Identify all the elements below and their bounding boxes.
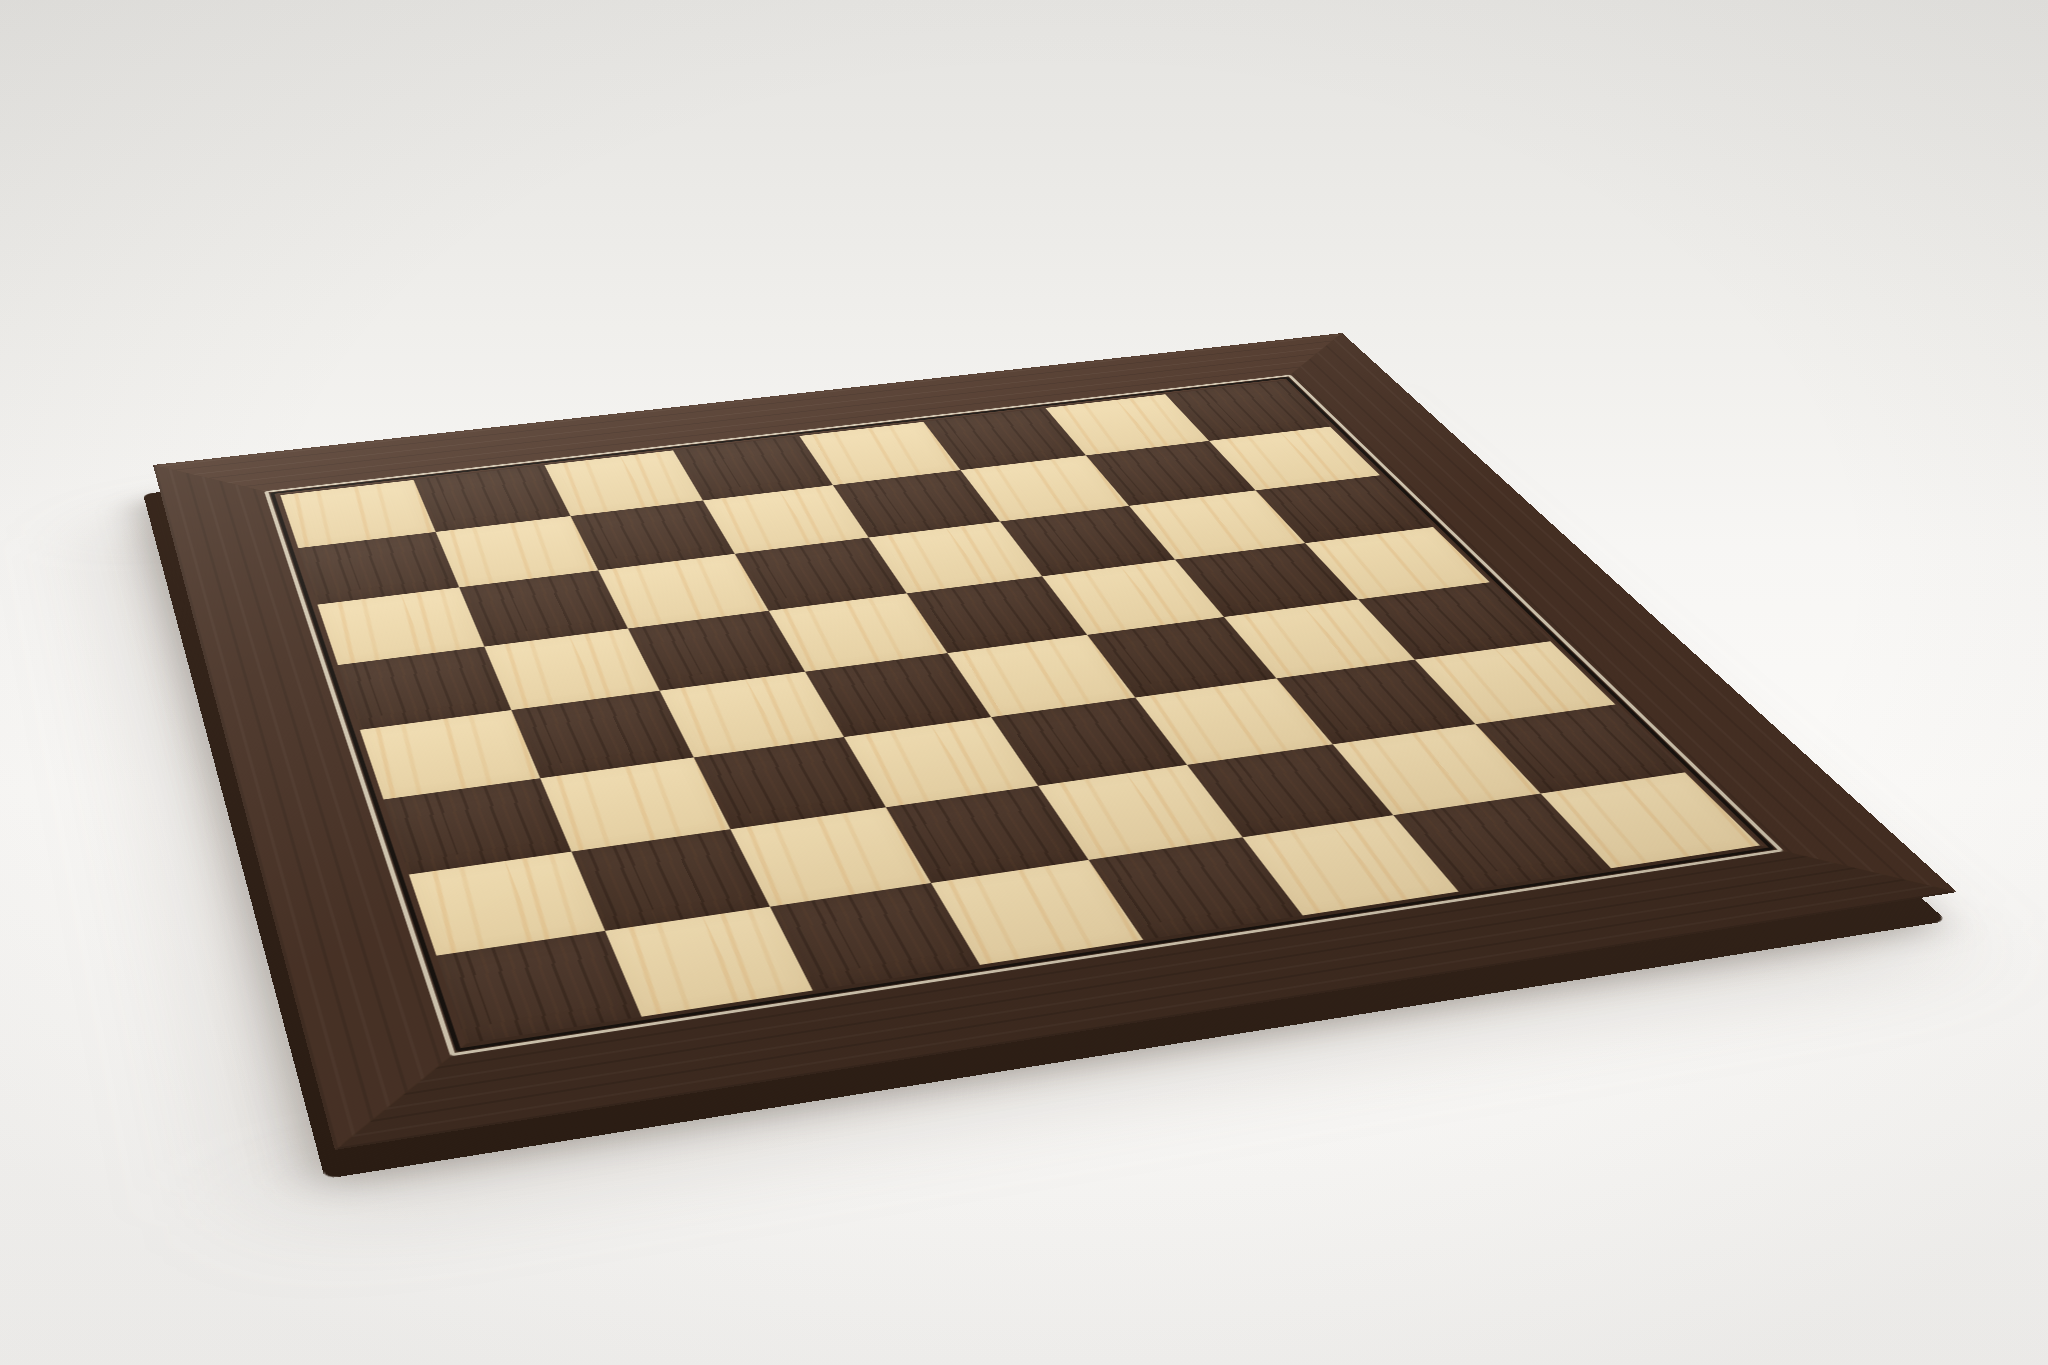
chess-board [153,333,1957,1150]
studio-backdrop [0,0,2048,1365]
